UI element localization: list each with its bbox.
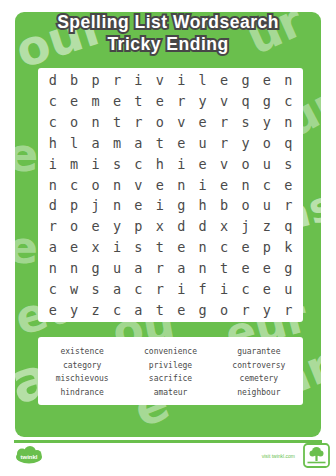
- grid-cell[interactable]: l: [63, 133, 84, 154]
- grid-cell[interactable]: b: [63, 70, 84, 91]
- grid-cell[interactable]: z: [256, 216, 277, 237]
- grid-cell[interactable]: n: [192, 237, 213, 258]
- twinkl-cloud-logo: twinkl: [13, 445, 45, 469]
- grid-cell[interactable]: t: [213, 258, 234, 279]
- grid-cell[interactable]: a: [85, 133, 106, 154]
- grid-cell[interactable]: s: [128, 237, 149, 258]
- grid-cell[interactable]: e: [192, 153, 213, 174]
- grid-cell[interactable]: z: [85, 299, 106, 320]
- grid-cell[interactable]: r: [170, 91, 191, 112]
- grid-cell[interactable]: v: [170, 112, 191, 133]
- grid-cell[interactable]: g: [170, 195, 191, 216]
- grid-cell[interactable]: y: [235, 133, 256, 154]
- grid-cell[interactable]: i: [192, 174, 213, 195]
- grid-cell[interactable]: r: [149, 278, 170, 299]
- grid-cell[interactable]: v: [213, 91, 234, 112]
- grid-cell[interactable]: v: [128, 174, 149, 195]
- twinkl-logo-text: twinkl: [20, 454, 37, 460]
- grid-cell[interactable]: o: [85, 174, 106, 195]
- grid-cell[interactable]: g: [278, 258, 299, 279]
- grid-cell[interactable]: h: [192, 195, 213, 216]
- grid-cell[interactable]: n: [192, 258, 213, 279]
- word-list-item: neighbour: [215, 386, 303, 400]
- word-list-item: amateur: [126, 386, 214, 400]
- grid-cell[interactable]: e: [106, 91, 127, 112]
- grid-cell[interactable]: c: [213, 237, 234, 258]
- title-line-1-text: Spelling List Wordsearch: [57, 12, 279, 32]
- grid-cell[interactable]: r: [213, 112, 234, 133]
- title-line-2-text: Tricky Ending: [107, 34, 228, 54]
- word-list-item: cemetery: [215, 372, 303, 386]
- grid-cell[interactable]: i: [170, 278, 191, 299]
- grid-cell[interactable]: e: [256, 278, 277, 299]
- grid-cell[interactable]: i: [170, 153, 191, 174]
- grid-cell[interactable]: g: [85, 258, 106, 279]
- grid-cell[interactable]: d: [170, 216, 191, 237]
- grid-cell[interactable]: n: [42, 174, 63, 195]
- grid-cell[interactable]: c: [128, 278, 149, 299]
- grid-cell[interactable]: g: [235, 70, 256, 91]
- grid-cell[interactable]: s: [235, 112, 256, 133]
- grid-cell[interactable]: s: [278, 153, 299, 174]
- grid-cell[interactable]: j: [85, 195, 106, 216]
- grid-cell[interactable]: k: [278, 237, 299, 258]
- word-list-item: hindrance: [38, 386, 126, 400]
- grid-cell[interactable]: n: [170, 174, 191, 195]
- visit-twinkl-text: visit twinkl.com: [262, 453, 295, 459]
- grid-cell[interactable]: t: [149, 299, 170, 320]
- grid-cell[interactable]: r: [235, 299, 256, 320]
- grid-cell[interactable]: r: [278, 195, 299, 216]
- grid-cell[interactable]: u: [192, 133, 213, 154]
- grid-cell[interactable]: v: [213, 153, 234, 174]
- grid-cell[interactable]: c: [106, 299, 127, 320]
- word-list-item: controversy: [215, 359, 303, 373]
- grid-cell[interactable]: n: [85, 112, 106, 133]
- grid-cell[interactable]: c: [42, 278, 63, 299]
- grid-cell[interactable]: y: [63, 299, 84, 320]
- grid-cell[interactable]: s: [106, 153, 127, 174]
- grid-cell[interactable]: e: [256, 70, 277, 91]
- title-line-2: Tricky Ending Tricky Ending: [0, 34, 336, 56]
- grid-cell[interactable]: c: [278, 91, 299, 112]
- grid-cell[interactable]: d: [42, 70, 63, 91]
- word-list-item: sacrifice: [126, 372, 214, 386]
- wordsearch-grid: dbprivilegencemeteryvqgccontroversynhlam…: [38, 68, 303, 322]
- grid-cell[interactable]: n: [106, 174, 127, 195]
- background-watermark-text: e: [15, 226, 38, 270]
- grid-cell[interactable]: n: [42, 258, 63, 279]
- grid-cell[interactable]: h: [149, 153, 170, 174]
- worksheet-page: our ur e ur as e eu ou eur as e ar Spell…: [0, 0, 336, 476]
- grid-cell[interactable]: m: [106, 133, 127, 154]
- word-list-item: category: [38, 359, 126, 373]
- grid-cell[interactable]: r: [213, 133, 234, 154]
- grid-cell[interactable]: m: [85, 91, 106, 112]
- grid-cell[interactable]: c: [42, 112, 63, 133]
- grid-cell[interactable]: a: [128, 299, 149, 320]
- grid-cell[interactable]: p: [128, 216, 149, 237]
- grid-cell[interactable]: o: [213, 299, 234, 320]
- grid-cell[interactable]: i: [149, 195, 170, 216]
- grid-cell[interactable]: w: [63, 278, 84, 299]
- grid-cell[interactable]: p: [85, 70, 106, 91]
- grid-cell[interactable]: e: [149, 174, 170, 195]
- grid-cell[interactable]: r: [106, 70, 127, 91]
- grid-cell[interactable]: c: [128, 153, 149, 174]
- word-bank: existenceconvenienceguaranteecategorypri…: [38, 337, 303, 405]
- grid-cell[interactable]: o: [63, 112, 84, 133]
- title-line-1: Spelling List Wordsearch Spelling List W…: [0, 12, 336, 34]
- grid-cell[interactable]: a: [106, 278, 127, 299]
- grid-cell[interactable]: t: [149, 133, 170, 154]
- grid-cell[interactable]: a: [170, 258, 191, 279]
- grid-cell[interactable]: e: [235, 237, 256, 258]
- grid-cell[interactable]: x: [85, 237, 106, 258]
- grid-cell[interactable]: o: [235, 195, 256, 216]
- grid-cell[interactable]: i: [128, 70, 149, 91]
- grid-cell[interactable]: q: [278, 133, 299, 154]
- grid-cell[interactable]: q: [278, 216, 299, 237]
- grid-cell[interactable]: y: [106, 216, 127, 237]
- grid-cell[interactable]: c: [256, 174, 277, 195]
- grid-cell[interactable]: r: [149, 258, 170, 279]
- word-list-item: convenience: [126, 345, 214, 359]
- grid-cell[interactable]: s: [85, 278, 106, 299]
- grid-cell[interactable]: e: [149, 91, 170, 112]
- grid-cell[interactable]: p: [63, 195, 84, 216]
- page-title: Spelling List Wordsearch Spelling List W…: [0, 12, 336, 56]
- grid-cell[interactable]: u: [106, 258, 127, 279]
- grid-cell[interactable]: n: [235, 174, 256, 195]
- grid-cell[interactable]: i: [213, 278, 234, 299]
- grid-cell[interactable]: d: [192, 216, 213, 237]
- grid-cell[interactable]: t: [128, 91, 149, 112]
- grid-cell[interactable]: g: [256, 91, 277, 112]
- grid-cell[interactable]: m: [63, 153, 84, 174]
- grid-cell[interactable]: o: [256, 133, 277, 154]
- grid-cell[interactable]: t: [149, 237, 170, 258]
- grid-cell[interactable]: q: [235, 91, 256, 112]
- grid-cell[interactable]: e: [192, 112, 213, 133]
- grid-cell[interactable]: e: [63, 91, 84, 112]
- grid-cell[interactable]: e: [235, 258, 256, 279]
- grid-cell[interactable]: r: [128, 112, 149, 133]
- grid-cell[interactable]: i: [42, 153, 63, 174]
- grid-cell[interactable]: e: [213, 70, 234, 91]
- grid-cell[interactable]: n: [278, 112, 299, 133]
- grid-cell[interactable]: e: [85, 216, 106, 237]
- grid-cell[interactable]: i: [106, 237, 127, 258]
- grid-cell[interactable]: g: [192, 299, 213, 320]
- grid-cell[interactable]: x: [213, 216, 234, 237]
- grid-cell[interactable]: e: [170, 133, 191, 154]
- grid-cell[interactable]: o: [235, 153, 256, 174]
- grid-cell[interactable]: e: [170, 299, 191, 320]
- grid-cell[interactable]: f: [192, 278, 213, 299]
- grid-cell[interactable]: y: [192, 91, 213, 112]
- grid-cell[interactable]: d: [42, 195, 63, 216]
- grid-cell[interactable]: e: [170, 237, 191, 258]
- grid-cell[interactable]: b: [213, 195, 234, 216]
- grid-cell[interactable]: o: [63, 216, 84, 237]
- footer-divider-line: [14, 440, 322, 443]
- grid-cell[interactable]: y: [256, 299, 277, 320]
- grid-cell[interactable]: a: [128, 133, 149, 154]
- grid-cell[interactable]: c: [63, 174, 84, 195]
- grid-cell[interactable]: e: [128, 195, 149, 216]
- grid-cell[interactable]: a: [42, 237, 63, 258]
- grid-cell[interactable]: v: [149, 70, 170, 91]
- grid-cell[interactable]: e: [278, 174, 299, 195]
- grid-cell[interactable]: i: [85, 153, 106, 174]
- grid-cell[interactable]: n: [278, 70, 299, 91]
- word-list-item: guarantee: [215, 345, 303, 359]
- grid-cell[interactable]: e: [42, 299, 63, 320]
- grid-cell[interactable]: e: [63, 237, 84, 258]
- grid-cell[interactable]: o: [149, 112, 170, 133]
- grid-cell[interactable]: u: [278, 278, 299, 299]
- background-watermark-text: e: [15, 132, 38, 178]
- grid-cell[interactable]: n: [106, 195, 127, 216]
- twinkl-tree-logo-icon: [303, 443, 330, 472]
- grid-cell[interactable]: u: [256, 195, 277, 216]
- grid-cell[interactable]: n: [63, 258, 84, 279]
- grid-cell[interactable]: j: [235, 216, 256, 237]
- word-list-item: privilege: [126, 359, 214, 373]
- grid-cell[interactable]: y: [256, 112, 277, 133]
- word-list-item: existence: [38, 345, 126, 359]
- grid-cell[interactable]: l: [192, 70, 213, 91]
- grid-cell[interactable]: c: [235, 278, 256, 299]
- grid-cell[interactable]: i: [170, 70, 191, 91]
- grid-cell[interactable]: a: [128, 258, 149, 279]
- grid-cell[interactable]: t: [106, 112, 127, 133]
- grid-cell[interactable]: r: [278, 299, 299, 320]
- grid-cell[interactable]: e: [213, 174, 234, 195]
- grid-cell[interactable]: r: [42, 216, 63, 237]
- grid-cell[interactable]: p: [256, 237, 277, 258]
- word-list-item: mischievous: [38, 372, 126, 386]
- grid-cell[interactable]: h: [42, 133, 63, 154]
- grid-cell[interactable]: u: [256, 153, 277, 174]
- grid-cell[interactable]: c: [42, 91, 63, 112]
- grid-cell[interactable]: e: [256, 258, 277, 279]
- grid-cell[interactable]: x: [149, 216, 170, 237]
